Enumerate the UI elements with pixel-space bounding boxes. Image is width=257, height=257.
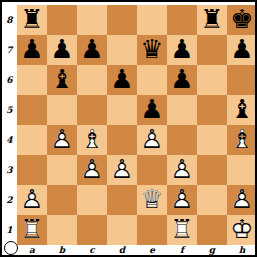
piece-white-bishop[interactable]: ♝♗ (77, 125, 107, 155)
square-d6[interactable]: ♟ (107, 65, 137, 95)
piece-white-rook[interactable]: ♜♖ (17, 215, 47, 245)
square-c6[interactable] (77, 65, 107, 95)
square-a8[interactable]: ♜ (17, 5, 47, 35)
square-f1[interactable]: ♜♖ (167, 215, 197, 245)
piece-black-queen[interactable]: ♛ (137, 35, 167, 65)
square-e1[interactable] (137, 215, 167, 245)
piece-white-pawn[interactable]: ♟♙ (17, 185, 47, 215)
piece-white-pawn[interactable]: ♟♙ (167, 185, 197, 215)
piece-white-pawn[interactable]: ♟♙ (77, 155, 107, 185)
square-c8[interactable] (77, 5, 107, 35)
rank-label-3: 3 (2, 155, 17, 185)
piece-black-bishop[interactable]: ♝ (227, 95, 257, 125)
piece-black-pawn[interactable]: ♟ (167, 35, 197, 65)
square-h7[interactable]: ♟ (227, 35, 257, 65)
piece-black-rook[interactable]: ♜ (197, 5, 227, 35)
rank-label-5: 5 (2, 95, 17, 125)
square-a2[interactable]: ♟♙ (17, 185, 47, 215)
square-c3[interactable]: ♟♙ (77, 155, 107, 185)
square-f4[interactable] (167, 125, 197, 155)
file-label-h: h (227, 244, 257, 255)
square-a6[interactable] (17, 65, 47, 95)
piece-black-rook[interactable]: ♜ (17, 5, 47, 35)
rank-label-4: 4 (2, 125, 17, 155)
chess-board: ♜♜♚♟♟♟♛♟♟♝♟♟♟♝♟♙♝♗♟♙♝♗♟♙♟♙♟♙♟♙♛♕♟♙♟♙♜♖♜♖… (17, 5, 257, 245)
square-f6[interactable]: ♟ (167, 65, 197, 95)
file-label-g: g (197, 244, 227, 255)
rank-label-8: 8 (2, 5, 17, 35)
square-b7[interactable]: ♟ (47, 35, 77, 65)
square-d3[interactable]: ♟♙ (107, 155, 137, 185)
piece-black-bishop[interactable]: ♝ (47, 65, 77, 95)
square-e7[interactable]: ♛ (137, 35, 167, 65)
chess-diagram: 8 7 6 5 4 3 2 1 ♜♜♚♟♟♟♛♟♟♝♟♟♟♝♟♙♝♗♟♙♝♗♟♙… (0, 0, 257, 257)
square-b5[interactable] (47, 95, 77, 125)
square-b1[interactable] (47, 215, 77, 245)
square-a3[interactable] (17, 155, 47, 185)
square-g5[interactable] (197, 95, 227, 125)
square-h5[interactable]: ♝ (227, 95, 257, 125)
square-g7[interactable] (197, 35, 227, 65)
square-b2[interactable] (47, 185, 77, 215)
square-d2[interactable] (107, 185, 137, 215)
square-b6[interactable]: ♝ (47, 65, 77, 95)
square-g6[interactable] (197, 65, 227, 95)
square-c5[interactable] (77, 95, 107, 125)
square-g4[interactable] (197, 125, 227, 155)
piece-black-pawn[interactable]: ♟ (77, 35, 107, 65)
piece-black-pawn[interactable]: ♟ (167, 65, 197, 95)
file-labels: a b c d e f g h (17, 244, 257, 255)
square-d5[interactable] (107, 95, 137, 125)
file-label-e: e (137, 244, 167, 255)
piece-white-queen[interactable]: ♛♕ (137, 185, 167, 215)
file-label-b: b (47, 244, 77, 255)
square-a5[interactable] (17, 95, 47, 125)
square-b3[interactable] (47, 155, 77, 185)
square-e6[interactable] (137, 65, 167, 95)
square-b8[interactable] (47, 5, 77, 35)
square-g2[interactable] (197, 185, 227, 215)
square-d4[interactable] (107, 125, 137, 155)
piece-white-bishop[interactable]: ♝♗ (227, 125, 257, 155)
square-e4[interactable]: ♟♙ (137, 125, 167, 155)
piece-white-pawn[interactable]: ♟♙ (137, 125, 167, 155)
square-f8[interactable] (167, 5, 197, 35)
square-g8[interactable]: ♜ (197, 5, 227, 35)
piece-black-pawn[interactable]: ♟ (227, 35, 257, 65)
square-f5[interactable] (167, 95, 197, 125)
square-a1[interactable]: ♜♖ (17, 215, 47, 245)
square-g1[interactable] (197, 215, 227, 245)
square-e3[interactable] (137, 155, 167, 185)
piece-black-pawn[interactable]: ♟ (17, 35, 47, 65)
piece-black-pawn[interactable]: ♟ (47, 35, 77, 65)
piece-black-pawn[interactable]: ♟ (137, 95, 167, 125)
square-c7[interactable]: ♟ (77, 35, 107, 65)
square-e8[interactable] (137, 5, 167, 35)
piece-white-king[interactable]: ♚♔ (227, 215, 257, 245)
rank-label-7: 7 (2, 35, 17, 65)
square-b4[interactable]: ♟♙ (47, 125, 77, 155)
square-a7[interactable]: ♟ (17, 35, 47, 65)
square-f7[interactable]: ♟ (167, 35, 197, 65)
piece-white-pawn[interactable]: ♟♙ (227, 185, 257, 215)
square-d7[interactable] (107, 35, 137, 65)
file-label-a: a (17, 244, 47, 255)
square-h4[interactable]: ♝♗ (227, 125, 257, 155)
rank-label-6: 6 (2, 65, 17, 95)
square-c2[interactable] (77, 185, 107, 215)
file-label-d: d (107, 244, 137, 255)
file-label-f: f (167, 244, 197, 255)
square-c1[interactable] (77, 215, 107, 245)
square-e5[interactable]: ♟ (137, 95, 167, 125)
square-h6[interactable] (227, 65, 257, 95)
piece-white-rook[interactable]: ♜♖ (167, 215, 197, 245)
square-e2[interactable]: ♛♕ (137, 185, 167, 215)
piece-white-pawn[interactable]: ♟♙ (47, 125, 77, 155)
square-h2[interactable]: ♟♙ (227, 185, 257, 215)
square-d8[interactable] (107, 5, 137, 35)
white-to-move-indicator (4, 241, 18, 255)
rank-labels: 8 7 6 5 4 3 2 1 (2, 5, 17, 245)
piece-white-pawn[interactable]: ♟♙ (167, 155, 197, 185)
square-f2[interactable]: ♟♙ (167, 185, 197, 215)
square-h1[interactable]: ♚♔ (227, 215, 257, 245)
square-f3[interactable]: ♟♙ (167, 155, 197, 185)
square-g3[interactable] (197, 155, 227, 185)
file-label-c: c (77, 244, 107, 255)
square-c4[interactable]: ♝♗ (77, 125, 107, 155)
square-d1[interactable] (107, 215, 137, 245)
square-h3[interactable] (227, 155, 257, 185)
piece-black-king[interactable]: ♚ (227, 5, 257, 35)
square-a4[interactable] (17, 125, 47, 155)
piece-white-pawn[interactable]: ♟♙ (107, 155, 137, 185)
piece-black-pawn[interactable]: ♟ (107, 65, 137, 95)
square-h8[interactable]: ♚ (227, 5, 257, 35)
rank-label-2: 2 (2, 185, 17, 215)
